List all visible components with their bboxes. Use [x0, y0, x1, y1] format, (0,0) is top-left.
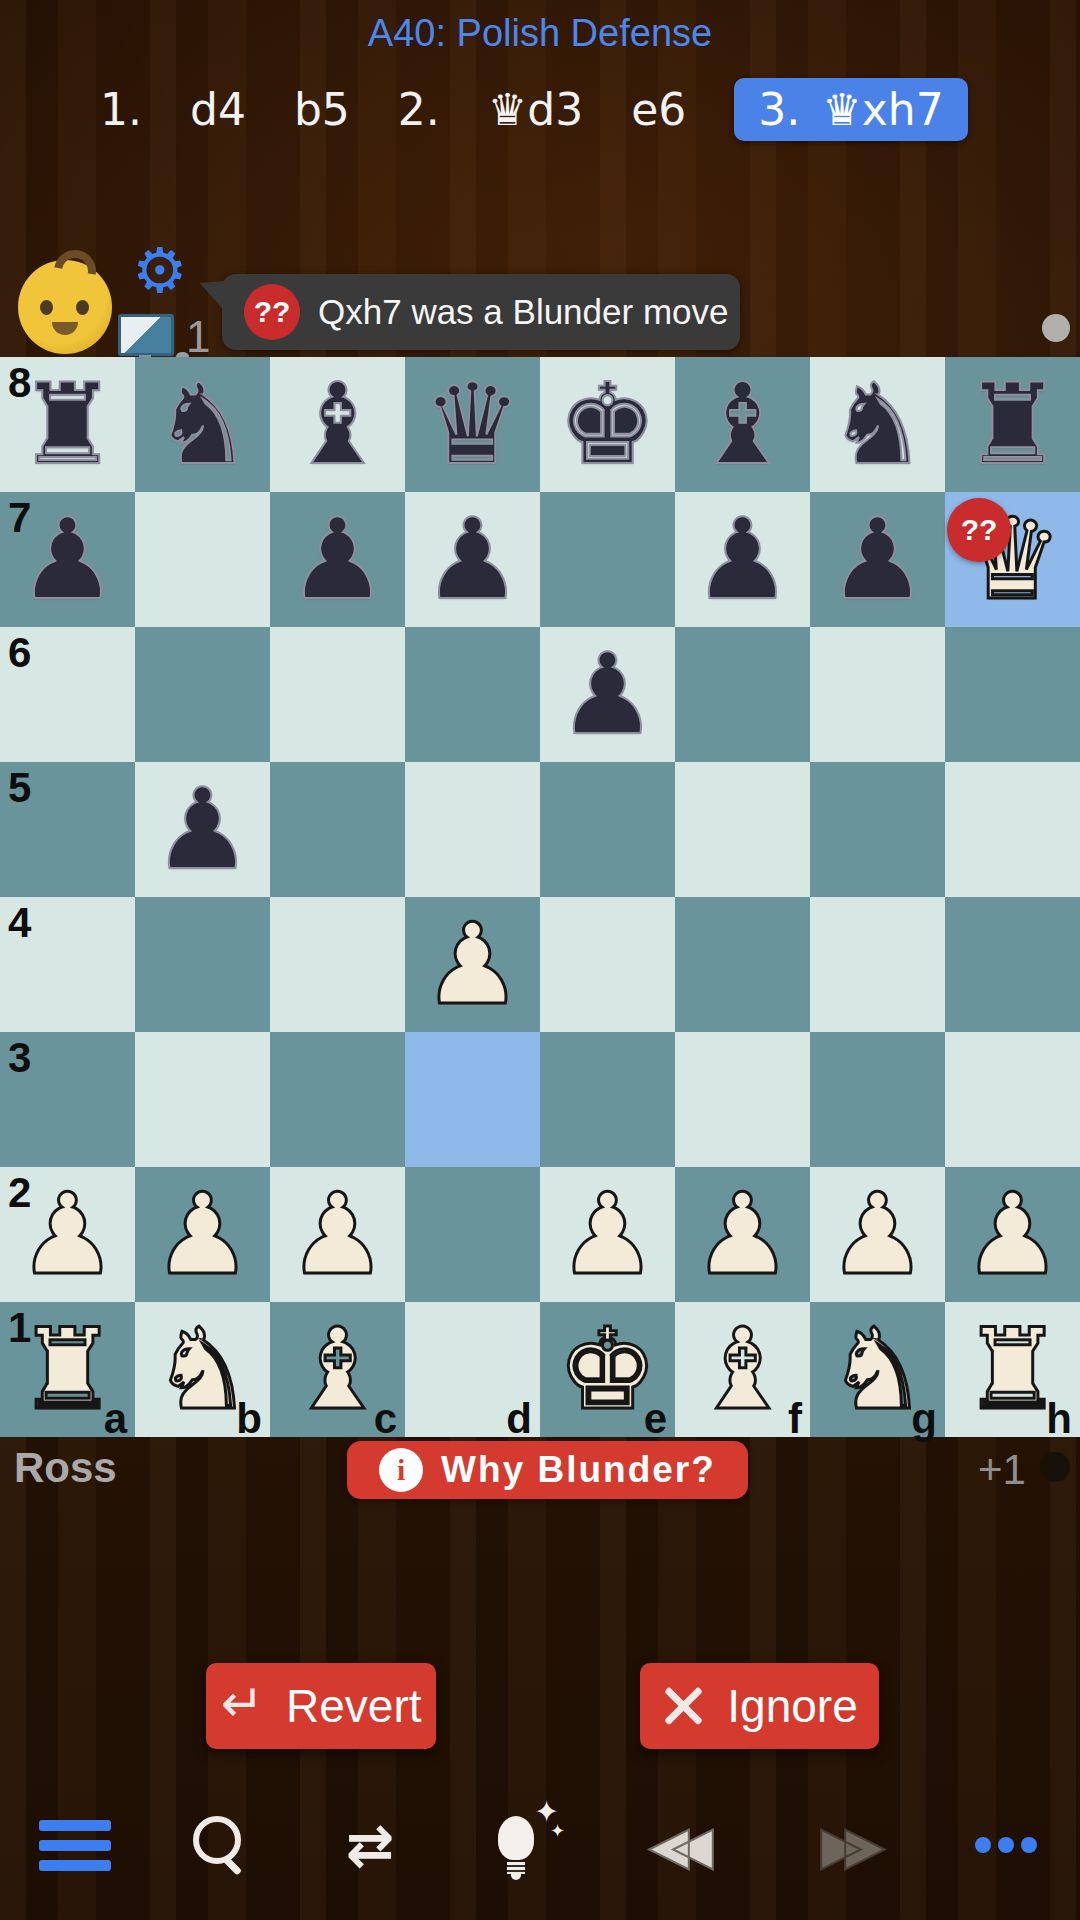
engine-computer-icon[interactable]: [118, 314, 174, 356]
blunder-badge-icon: ??: [244, 284, 300, 340]
revert-button[interactable]: ↵ Revert: [206, 1663, 436, 1749]
ignore-label: Ignore: [727, 1679, 857, 1733]
black-bishop[interactable]: ♝: [270, 357, 405, 492]
square-g8[interactable]: ♞: [810, 357, 945, 492]
square-d5[interactable]: [405, 762, 540, 897]
file-label-c: c: [374, 1395, 397, 1443]
file-label-d: d: [506, 1395, 532, 1443]
rank-label-7: 7: [8, 494, 31, 542]
square-c3[interactable]: [270, 1032, 405, 1167]
why-blunder-button[interactable]: i Why Blunder?: [347, 1441, 748, 1499]
white-pawn[interactable]: ♟: [135, 1167, 270, 1302]
square-f8[interactable]: ♝: [675, 357, 810, 492]
square-f5[interactable]: [675, 762, 810, 897]
black-bishop[interactable]: ♝: [675, 357, 810, 492]
square-e4[interactable]: [540, 897, 675, 1032]
info-icon: i: [379, 1448, 423, 1492]
move-token[interactable]: ♛d3: [488, 84, 583, 135]
square-f2[interactable]: ♟: [675, 1167, 810, 1302]
square-f1[interactable]: f♝: [675, 1302, 810, 1437]
return-arrow-icon: ↵: [220, 1677, 264, 1729]
black-pawn[interactable]: ♟: [675, 492, 810, 627]
file-label-g: g: [911, 1395, 937, 1443]
move-token[interactable]: 1.: [100, 84, 142, 135]
square-b3[interactable]: [135, 1032, 270, 1167]
square-c4[interactable]: [270, 897, 405, 1032]
square-d4[interactable]: ♟: [405, 897, 540, 1032]
black-pawn[interactable]: ♟: [540, 627, 675, 762]
square-h3[interactable]: [945, 1032, 1080, 1167]
eval-score: +1: [978, 1446, 1026, 1494]
rank-label-5: 5: [8, 764, 31, 812]
white-pawn[interactable]: ♟: [540, 1167, 675, 1302]
white-pawn[interactable]: ♟: [675, 1167, 810, 1302]
square-c2[interactable]: ♟: [270, 1167, 405, 1302]
square-b6[interactable]: [135, 627, 270, 762]
baby-eye: [76, 300, 89, 315]
eval-dot: [1040, 1452, 1070, 1482]
square-g1[interactable]: g♞: [810, 1302, 945, 1437]
square-f7[interactable]: ♟: [675, 492, 810, 627]
why-blunder-label: Why Blunder?: [441, 1449, 716, 1491]
square-b2[interactable]: ♟: [135, 1167, 270, 1302]
status-dot: [1042, 314, 1070, 342]
white-pawn[interactable]: ♟: [945, 1167, 1080, 1302]
square-h7[interactable]: ♛??: [945, 492, 1080, 627]
square-h1[interactable]: h♜: [945, 1302, 1080, 1437]
file-label-a: a: [104, 1395, 127, 1443]
hint-lightbulb-icon[interactable]: ✦ ✦: [478, 1808, 554, 1882]
bubble-text: Qxh7 was a Blunder move: [318, 292, 728, 332]
square-c8[interactable]: ♝: [270, 357, 405, 492]
menu-icon[interactable]: [39, 1808, 111, 1882]
square-a2[interactable]: 2♟: [0, 1167, 135, 1302]
square-b8[interactable]: ♞: [135, 357, 270, 492]
black-pawn[interactable]: ♟: [405, 492, 540, 627]
black-rook[interactable]: ♜: [945, 357, 1080, 492]
file-label-e: e: [644, 1395, 667, 1443]
engine-level: 1: [186, 312, 210, 362]
rank-label-1: 1: [8, 1304, 31, 1352]
blunder-badge-icon: ??: [947, 498, 1011, 562]
square-f6[interactable]: [675, 627, 810, 762]
move-token[interactable]: 2.: [398, 84, 440, 135]
square-b7[interactable]: [135, 492, 270, 627]
square-f3[interactable]: [675, 1032, 810, 1167]
white-pawn[interactable]: ♟: [810, 1167, 945, 1302]
black-knight[interactable]: ♞: [135, 357, 270, 492]
bulb-base: [507, 1862, 525, 1874]
square-e5[interactable]: [540, 762, 675, 897]
square-h4[interactable]: [945, 897, 1080, 1032]
square-e8[interactable]: ♚: [540, 357, 675, 492]
square-g2[interactable]: ♟: [810, 1167, 945, 1302]
square-a3[interactable]: 3: [0, 1032, 135, 1167]
square-h5[interactable]: [945, 762, 1080, 897]
square-c5[interactable]: [270, 762, 405, 897]
file-label-h: h: [1046, 1395, 1072, 1443]
fast-forward-icon[interactable]: ▶▶: [790, 1808, 916, 1882]
square-a7[interactable]: 7♟: [0, 492, 135, 627]
square-h6[interactable]: [945, 627, 1080, 762]
square-e7[interactable]: [540, 492, 675, 627]
square-a5[interactable]: 5: [0, 762, 135, 897]
square-a8[interactable]: 8♜: [0, 357, 135, 492]
rewind-icon[interactable]: ◀◀: [618, 1808, 744, 1882]
rank-label-2: 2: [8, 1169, 31, 1217]
move-token[interactable]: d4: [190, 84, 246, 135]
chess-board[interactable]: 8♜♞♝♛♚♝♞♜7♟♟♟♟♟♛??6♟5♟4♟32♟♟♟♟♟♟♟1a♜b♞c♝…: [0, 357, 1080, 1437]
square-e2[interactable]: ♟: [540, 1167, 675, 1302]
flip-board-icon[interactable]: ⇄: [330, 1808, 410, 1882]
square-d3[interactable]: [405, 1032, 540, 1167]
bulb-tip: [511, 1874, 521, 1880]
black-pawn[interactable]: ♟: [270, 492, 405, 627]
square-d7[interactable]: ♟: [405, 492, 540, 627]
square-g5[interactable]: [810, 762, 945, 897]
square-b4[interactable]: [135, 897, 270, 1032]
square-d6[interactable]: [405, 627, 540, 762]
coach-speech-bubble: ?? Qxh7 was a Blunder move: [222, 274, 740, 350]
square-d8[interactable]: ♛: [405, 357, 540, 492]
square-a1[interactable]: 1a♜: [0, 1302, 135, 1437]
square-e6[interactable]: ♟: [540, 627, 675, 762]
selected-move-chip[interactable]: 3. ♛xh7: [734, 78, 967, 141]
square-c1[interactable]: c♝: [270, 1302, 405, 1437]
coach-avatar-baby[interactable]: [18, 260, 112, 354]
search-icon[interactable]: [186, 1808, 258, 1882]
file-label-f: f: [788, 1395, 802, 1443]
rank-label-8: 8: [8, 359, 31, 407]
square-g4[interactable]: [810, 897, 945, 1032]
sparkle-icon: ✦: [550, 1820, 565, 1841]
square-e3[interactable]: [540, 1032, 675, 1167]
close-x-icon: [661, 1684, 705, 1728]
black-pawn[interactable]: ♟: [135, 762, 270, 897]
file-label-b: b: [236, 1395, 262, 1443]
settings-gear-icon[interactable]: ⚙: [132, 240, 188, 302]
black-king[interactable]: ♚: [540, 357, 675, 492]
square-g7[interactable]: ♟: [810, 492, 945, 627]
square-a4[interactable]: 4: [0, 897, 135, 1032]
baby-mouth: [52, 322, 78, 335]
move-token[interactable]: e6: [631, 84, 686, 135]
square-c7[interactable]: ♟: [270, 492, 405, 627]
square-g3[interactable]: [810, 1032, 945, 1167]
bulb-glass: ✦ ✦: [498, 1816, 534, 1860]
black-queen[interactable]: ♛: [405, 357, 540, 492]
black-pawn[interactable]: ♟: [810, 492, 945, 627]
square-h8[interactable]: ♜: [945, 357, 1080, 492]
square-a6[interactable]: 6: [0, 627, 135, 762]
square-g6[interactable]: [810, 627, 945, 762]
square-e1[interactable]: e♚: [540, 1302, 675, 1437]
square-d2[interactable]: [405, 1167, 540, 1302]
white-pawn[interactable]: ♟: [270, 1167, 405, 1302]
square-d1[interactable]: d: [405, 1302, 540, 1437]
square-f4[interactable]: [675, 897, 810, 1032]
white-pawn[interactable]: ♟: [405, 897, 540, 1032]
black-knight[interactable]: ♞: [810, 357, 945, 492]
square-h2[interactable]: ♟: [945, 1167, 1080, 1302]
square-b5[interactable]: ♟: [135, 762, 270, 897]
opening-name: A40: Polish Defense: [0, 12, 1080, 55]
baby-eye: [40, 300, 53, 315]
move-token[interactable]: b5: [294, 84, 350, 135]
more-options-icon[interactable]: [966, 1808, 1046, 1882]
player-name: Ross: [14, 1444, 117, 1492]
ignore-button[interactable]: Ignore: [640, 1663, 879, 1749]
square-c6[interactable]: [270, 627, 405, 762]
rank-label-3: 3: [8, 1034, 31, 1082]
square-b1[interactable]: b♞: [135, 1302, 270, 1437]
rank-label-6: 6: [8, 629, 31, 677]
revert-label: Revert: [286, 1679, 421, 1733]
lens: [193, 1816, 241, 1864]
rank-label-4: 4: [8, 899, 31, 947]
move-list: 1.d4b52.♛d3e63. ♛xh7: [100, 78, 968, 141]
